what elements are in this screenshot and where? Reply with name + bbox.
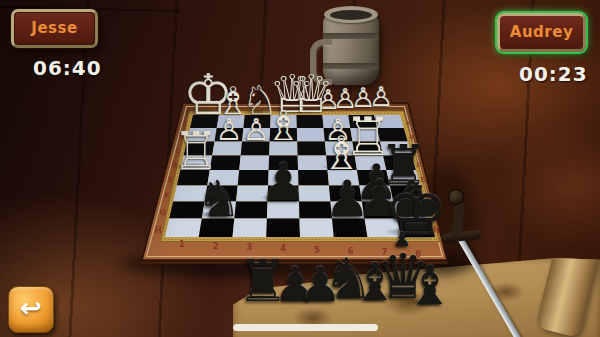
rank-label-left: G bbox=[159, 208, 165, 217]
piece-bN-g7[interactable]: ♞ bbox=[194, 174, 244, 224]
clock-right: 00:23 bbox=[519, 62, 588, 86]
captured-black-bP-3[interactable]: ♟ bbox=[296, 260, 344, 308]
player-name-right: Audrey bbox=[510, 23, 573, 41]
clock-left: 06:40 bbox=[33, 56, 102, 80]
rank-label-left: H bbox=[155, 225, 162, 235]
piece-wB-e2[interactable]: ♗ bbox=[263, 106, 304, 147]
captured-black-bB-7[interactable]: ♝ bbox=[403, 259, 457, 313]
home-indicator-bar[interactable] bbox=[233, 324, 378, 331]
back-arrow-icon: ↩ bbox=[20, 293, 42, 323]
player-name-left: Jesse bbox=[31, 19, 77, 37]
file-label: 5 bbox=[314, 245, 320, 255]
file-label: 1 bbox=[179, 239, 185, 249]
piece-bP-e6[interactable]: ♟ bbox=[257, 156, 309, 208]
player-plate-right: Audrey bbox=[497, 13, 586, 52]
back-button[interactable]: ↩ bbox=[8, 286, 54, 333]
square-4H[interactable] bbox=[266, 219, 300, 238]
captured-black-bB-5[interactable]: ♝ bbox=[349, 256, 401, 308]
file-label: 2 bbox=[213, 241, 219, 251]
rank-label-left: F bbox=[164, 191, 169, 200]
mug-opening bbox=[330, 10, 372, 20]
game-scene: 12345678AABBCCDDEEFFGGHH ♖♙♙♗♙♗♖♞♟♟♟♟♟♜♚… bbox=[0, 0, 600, 337]
player-plate-left: Jesse bbox=[11, 9, 98, 48]
